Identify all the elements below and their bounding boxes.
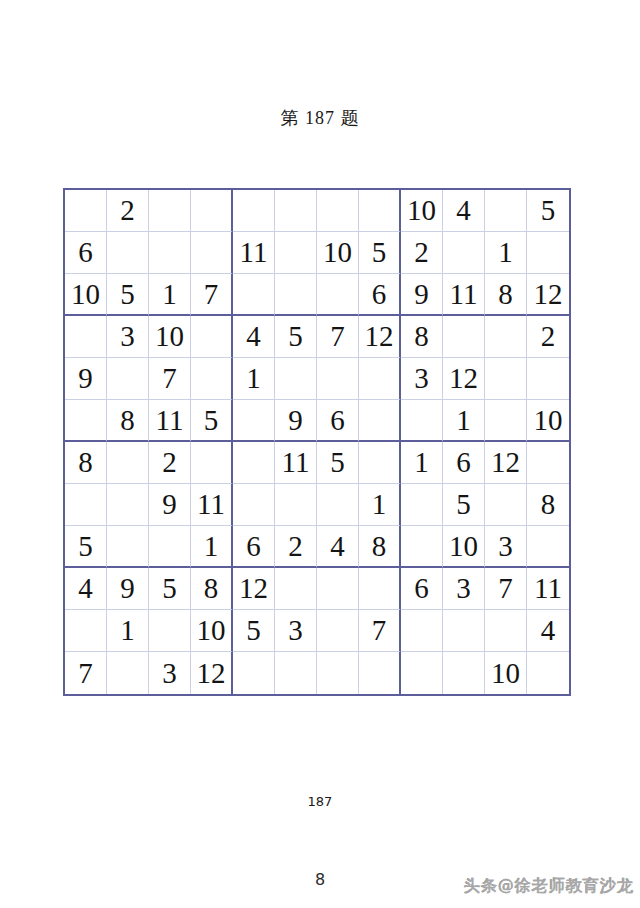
cell-r5c6 [275, 358, 317, 400]
watermark-text: 头条@徐老师教育沙龙 [464, 876, 634, 897]
cell-r1c4 [191, 190, 233, 232]
cell-r9c6: 2 [275, 526, 317, 568]
cell-r12c1: 7 [65, 652, 107, 694]
cell-r8c12: 8 [527, 484, 569, 526]
cell-r9c9 [401, 526, 443, 568]
cell-r4c2: 3 [107, 316, 149, 358]
cell-r6c1 [65, 400, 107, 442]
cell-r3c9: 9 [401, 274, 443, 316]
cell-r6c11 [485, 400, 527, 442]
cell-r6c9 [401, 400, 443, 442]
cell-r8c11 [485, 484, 527, 526]
cell-r6c4: 5 [191, 400, 233, 442]
cell-r1c5 [233, 190, 275, 232]
cell-r5c3: 7 [149, 358, 191, 400]
cell-r11c2: 1 [107, 610, 149, 652]
cell-r10c12: 11 [527, 568, 569, 610]
cell-r8c4: 11 [191, 484, 233, 526]
cell-r1c7 [317, 190, 359, 232]
cell-r9c10: 10 [443, 526, 485, 568]
cell-r2c5: 11 [233, 232, 275, 274]
sudoku-grid: 2104561110521105176911812310457128297131… [65, 190, 569, 694]
cell-r5c7 [317, 358, 359, 400]
cell-r10c1: 4 [65, 568, 107, 610]
cell-r7c5 [233, 442, 275, 484]
cell-r6c6: 9 [275, 400, 317, 442]
cell-r5c5: 1 [233, 358, 275, 400]
cell-r3c12: 12 [527, 274, 569, 316]
cell-r4c8: 12 [359, 316, 401, 358]
cell-r5c1: 9 [65, 358, 107, 400]
cell-r7c2 [107, 442, 149, 484]
cell-r11c7 [317, 610, 359, 652]
cell-r12c2 [107, 652, 149, 694]
cell-r8c5 [233, 484, 275, 526]
cell-r1c6 [275, 190, 317, 232]
cell-r7c1: 8 [65, 442, 107, 484]
cell-r10c3: 5 [149, 568, 191, 610]
cell-r1c1 [65, 190, 107, 232]
cell-r5c8 [359, 358, 401, 400]
cell-r5c12 [527, 358, 569, 400]
cell-r9c12 [527, 526, 569, 568]
cell-r4c9: 8 [401, 316, 443, 358]
cell-r10c5: 12 [233, 568, 275, 610]
cell-r2c10 [443, 232, 485, 274]
cell-r8c6 [275, 484, 317, 526]
cell-r9c8: 8 [359, 526, 401, 568]
cell-r3c5 [233, 274, 275, 316]
cell-r8c10: 5 [443, 484, 485, 526]
cell-r11c5: 5 [233, 610, 275, 652]
cell-r4c4 [191, 316, 233, 358]
cell-r4c5: 4 [233, 316, 275, 358]
cell-r6c8 [359, 400, 401, 442]
cell-r4c10 [443, 316, 485, 358]
cell-r12c5 [233, 652, 275, 694]
cell-r7c7: 5 [317, 442, 359, 484]
cell-r9c11: 3 [485, 526, 527, 568]
cell-r10c11: 7 [485, 568, 527, 610]
cell-r2c7: 10 [317, 232, 359, 274]
cell-r6c3: 11 [149, 400, 191, 442]
cell-r11c8: 7 [359, 610, 401, 652]
cell-r4c6: 5 [275, 316, 317, 358]
cell-r3c3: 1 [149, 274, 191, 316]
cell-r10c7 [317, 568, 359, 610]
cell-r3c1: 10 [65, 274, 107, 316]
cell-r12c8 [359, 652, 401, 694]
cell-r8c9 [401, 484, 443, 526]
cell-r3c6 [275, 274, 317, 316]
cell-r7c6: 11 [275, 442, 317, 484]
cell-r12c6 [275, 652, 317, 694]
cell-r2c2 [107, 232, 149, 274]
cell-r6c12: 10 [527, 400, 569, 442]
cell-r1c3 [149, 190, 191, 232]
cell-r6c2: 8 [107, 400, 149, 442]
cell-r3c2: 5 [107, 274, 149, 316]
cell-r11c9 [401, 610, 443, 652]
cell-r10c2: 9 [107, 568, 149, 610]
cell-r5c4 [191, 358, 233, 400]
cell-r4c1 [65, 316, 107, 358]
cell-r5c11 [485, 358, 527, 400]
cell-r9c3 [149, 526, 191, 568]
sudoku-board: 2104561110521105176911812310457128297131… [63, 188, 571, 696]
cell-r7c3: 2 [149, 442, 191, 484]
cell-r2c12 [527, 232, 569, 274]
cell-r3c10: 11 [443, 274, 485, 316]
cell-r12c4: 12 [191, 652, 233, 694]
cell-r8c2 [107, 484, 149, 526]
cell-r9c7: 4 [317, 526, 359, 568]
cell-r10c8 [359, 568, 401, 610]
cell-r12c10 [443, 652, 485, 694]
cell-r4c3: 10 [149, 316, 191, 358]
cell-r7c8 [359, 442, 401, 484]
cell-r11c11 [485, 610, 527, 652]
cell-r1c12: 5 [527, 190, 569, 232]
cell-r2c8: 5 [359, 232, 401, 274]
cell-r9c1: 5 [65, 526, 107, 568]
cell-r4c7: 7 [317, 316, 359, 358]
cell-r3c4: 7 [191, 274, 233, 316]
cell-r8c3: 9 [149, 484, 191, 526]
cell-r11c3 [149, 610, 191, 652]
cell-r11c12: 4 [527, 610, 569, 652]
cell-r8c1 [65, 484, 107, 526]
cell-r10c4: 8 [191, 568, 233, 610]
cell-r2c11: 1 [485, 232, 527, 274]
cell-r1c11 [485, 190, 527, 232]
cell-r10c6 [275, 568, 317, 610]
cell-r3c8: 6 [359, 274, 401, 316]
cell-r2c6 [275, 232, 317, 274]
cell-r11c6: 3 [275, 610, 317, 652]
cell-r6c7: 6 [317, 400, 359, 442]
cell-r2c9: 2 [401, 232, 443, 274]
cell-r3c11: 8 [485, 274, 527, 316]
cell-r9c5: 6 [233, 526, 275, 568]
cell-r10c10: 3 [443, 568, 485, 610]
cell-r12c3: 3 [149, 652, 191, 694]
cell-r10c9: 6 [401, 568, 443, 610]
cell-r7c10: 6 [443, 442, 485, 484]
cell-r4c12: 2 [527, 316, 569, 358]
cell-r6c10: 1 [443, 400, 485, 442]
cell-r5c9: 3 [401, 358, 443, 400]
cell-r1c9: 10 [401, 190, 443, 232]
cell-r7c11: 12 [485, 442, 527, 484]
cell-r2c4 [191, 232, 233, 274]
cell-r12c12 [527, 652, 569, 694]
cell-r11c4: 10 [191, 610, 233, 652]
cell-r7c12 [527, 442, 569, 484]
cell-r5c2 [107, 358, 149, 400]
cell-r8c7 [317, 484, 359, 526]
cell-r7c4 [191, 442, 233, 484]
cell-r12c7 [317, 652, 359, 694]
cell-r5c10: 12 [443, 358, 485, 400]
cell-r3c7 [317, 274, 359, 316]
cell-r2c1: 6 [65, 232, 107, 274]
cell-r1c2: 2 [107, 190, 149, 232]
cell-r11c10 [443, 610, 485, 652]
cell-r1c10: 4 [443, 190, 485, 232]
cell-r2c3 [149, 232, 191, 274]
page-title: 第 187 题 [0, 106, 640, 130]
cell-r4c11 [485, 316, 527, 358]
cell-r12c9 [401, 652, 443, 694]
cell-r12c11: 10 [485, 652, 527, 694]
cell-r1c8 [359, 190, 401, 232]
cell-r9c2 [107, 526, 149, 568]
cell-r11c1 [65, 610, 107, 652]
cell-r7c9: 1 [401, 442, 443, 484]
puzzle-footer-number: 187 [0, 794, 640, 809]
cell-r8c8: 1 [359, 484, 401, 526]
cell-r9c4: 1 [191, 526, 233, 568]
cell-r6c5 [233, 400, 275, 442]
